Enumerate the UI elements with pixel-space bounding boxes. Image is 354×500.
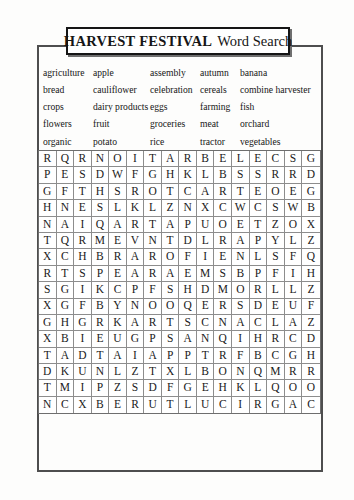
grid-cell: U — [197, 217, 215, 233]
grid-cell: K — [109, 315, 127, 331]
grid-cell: P — [144, 331, 162, 347]
grid-cell: T — [57, 266, 75, 282]
grid-cell: D — [302, 167, 320, 183]
grid-cell: E — [109, 266, 127, 282]
grid-cell: B — [302, 200, 320, 216]
grid-cell: U — [285, 299, 303, 315]
grid-cell: T — [162, 397, 180, 413]
grid-cell: L — [232, 151, 250, 167]
grid-cell: O — [162, 249, 180, 265]
grid-cell: A — [57, 217, 75, 233]
grid-cell: I — [74, 380, 92, 396]
word-list-item: combine harvester — [240, 85, 315, 95]
grid-cell: C — [267, 151, 285, 167]
grid-cell: E — [250, 184, 268, 200]
grid-cell: C — [250, 315, 268, 331]
grid-cell: C — [250, 200, 268, 216]
grid-cell: E — [92, 331, 110, 347]
grid-cell: P — [250, 266, 268, 282]
grid-cell: O — [214, 364, 232, 380]
grid-cell: R — [74, 151, 92, 167]
grid-cell: C — [285, 331, 303, 347]
grid-cell: X — [39, 299, 57, 315]
grid-cell: B — [92, 299, 110, 315]
grid-cell: T — [162, 233, 180, 249]
grid-cell: T — [232, 184, 250, 200]
grid-cell: X — [39, 249, 57, 265]
grid-cell: G — [267, 397, 285, 413]
grid-cell: R — [214, 184, 232, 200]
grid-cell: D — [302, 331, 320, 347]
grid-cell: M — [214, 282, 232, 298]
grid-cell: C — [267, 348, 285, 364]
grid-cell: T — [144, 217, 162, 233]
grid-cell: R — [267, 167, 285, 183]
grid-cell: P — [92, 266, 110, 282]
grid-cell: G — [39, 184, 57, 200]
word-search-grid: RQRNOITARBELECSGPESDWFGHKLBSSRRDGFTHSROT… — [38, 150, 321, 414]
page-title-bold: HARVEST FESTIVAL — [64, 33, 212, 50]
word-list-item: celebration — [150, 85, 200, 95]
grid-cell: L — [250, 249, 268, 265]
grid-cell: U — [109, 331, 127, 347]
word-list-item: rice — [150, 137, 200, 147]
word-list-item: cauliflower — [93, 85, 150, 95]
word-list-item: vegetables — [240, 137, 315, 147]
grid-cell: B — [232, 266, 250, 282]
grid-cell: C — [109, 282, 127, 298]
grid-cell: B — [92, 249, 110, 265]
grid-cell: R — [214, 299, 232, 315]
grid-cell: A — [162, 151, 180, 167]
grid-cell: X — [39, 331, 57, 347]
grid-cell: Z — [109, 380, 127, 396]
grid-cell: F — [232, 348, 250, 364]
grid-cell: N — [39, 217, 57, 233]
grid-cell: W — [232, 200, 250, 216]
grid-cell: D — [74, 348, 92, 364]
grid-cell: S — [232, 167, 250, 183]
grid-cell: A — [144, 348, 162, 364]
grid-cell: L — [109, 200, 127, 216]
grid-cell: H — [302, 348, 320, 364]
grid-cell: N — [232, 249, 250, 265]
grid-cell: H — [179, 282, 197, 298]
grid-cell: F — [74, 299, 92, 315]
grid-cell: I — [197, 249, 215, 265]
grid-cell: Q — [92, 217, 110, 233]
grid-cell: C — [214, 397, 232, 413]
grid-cell: A — [285, 397, 303, 413]
grid-cell: E — [74, 200, 92, 216]
grid-cell: Q — [267, 380, 285, 396]
grid-cell: S — [74, 266, 92, 282]
grid-cell: S — [92, 200, 110, 216]
word-list-item: cereals — [200, 85, 240, 95]
grid-cell: R — [144, 266, 162, 282]
grid-cell: G — [57, 282, 75, 298]
grid-cell: S — [179, 315, 197, 331]
word-list-item: crops — [43, 102, 93, 112]
grid-cell: N — [92, 364, 110, 380]
grid-cell: F — [127, 167, 145, 183]
grid-cell: Q — [302, 249, 320, 265]
grid-cell: T — [144, 364, 162, 380]
grid-cell: M — [267, 364, 285, 380]
grid-cell: Q — [179, 299, 197, 315]
grid-cell: F — [285, 249, 303, 265]
grid-cell: H — [250, 331, 268, 347]
grid-cell: S — [267, 200, 285, 216]
grid-cell: S — [162, 331, 180, 347]
grid-cell: R — [250, 282, 268, 298]
grid-cell: I — [232, 331, 250, 347]
title-box: HARVEST FESTIVAL Word Search — [66, 27, 290, 55]
grid-cell: A — [232, 233, 250, 249]
grid-cell: Z — [267, 217, 285, 233]
grid-cell: R — [267, 331, 285, 347]
grid-cell: T — [39, 380, 57, 396]
word-list-item: orchard — [240, 119, 315, 129]
grid-cell: T — [250, 217, 268, 233]
grid-cell: B — [57, 331, 75, 347]
word-list-item: potato — [93, 137, 150, 147]
word-list-item: flowers — [43, 119, 93, 129]
word-list-item: groceries — [150, 119, 200, 129]
grid-cell: G — [127, 331, 145, 347]
grid-cell: E — [109, 397, 127, 413]
grid-cell: A — [127, 315, 145, 331]
grid-cell: K — [127, 200, 145, 216]
grid-cell: T — [74, 184, 92, 200]
grid-cell: R — [250, 397, 268, 413]
grid-cell: C — [302, 397, 320, 413]
word-list-item: autumn — [200, 68, 240, 78]
grid-cell: E — [109, 233, 127, 249]
grid-cell: G — [285, 348, 303, 364]
grid-cell: E — [267, 299, 285, 315]
grid-cell: G — [74, 315, 92, 331]
grid-cell: A — [127, 266, 145, 282]
grid-cell: X — [162, 364, 180, 380]
grid-cell: M — [57, 380, 75, 396]
grid-cell: S — [250, 167, 268, 183]
grid-cell: N — [39, 397, 57, 413]
grid-cell: G — [179, 380, 197, 396]
grid-cell: O — [285, 380, 303, 396]
grid-cell: A — [57, 348, 75, 364]
grid-cell: R — [39, 266, 57, 282]
grid-cell: L — [179, 397, 197, 413]
word-list-item: apple — [93, 68, 150, 78]
grid-cell: U — [144, 397, 162, 413]
grid-cell: T — [39, 233, 57, 249]
grid-cell: O — [109, 151, 127, 167]
grid-cell: P — [92, 380, 110, 396]
grid-cell: N — [127, 299, 145, 315]
word-list-item: meat — [200, 119, 240, 129]
grid-cell: H — [57, 315, 75, 331]
grid-cell: K — [232, 380, 250, 396]
grid-cell: A — [109, 217, 127, 233]
grid-cell: R — [144, 249, 162, 265]
grid-cell: C — [57, 397, 75, 413]
grid-cell: R — [302, 364, 320, 380]
grid-cell: A — [197, 184, 215, 200]
grid-cell: H — [74, 249, 92, 265]
grid-cell: L — [179, 364, 197, 380]
word-list: agricultureappleassemblyautumnbananabrea… — [43, 64, 315, 150]
word-list-item: fruit — [93, 119, 150, 129]
grid-cell: N — [214, 315, 232, 331]
grid-cell: G — [144, 167, 162, 183]
grid-cell: F — [57, 184, 75, 200]
grid-cell: R — [285, 364, 303, 380]
grid-cell: N — [197, 331, 215, 347]
word-list-item: bread — [43, 85, 93, 95]
grid-cell: O — [267, 184, 285, 200]
grid-cell: F — [267, 266, 285, 282]
grid-cell: Z — [302, 282, 320, 298]
grid-cell: L — [197, 167, 215, 183]
grid-cell: S — [214, 266, 232, 282]
grid-cell: R — [39, 151, 57, 167]
grid-cell: E — [57, 167, 75, 183]
grid-cell: F — [144, 282, 162, 298]
grid-cell: S — [109, 184, 127, 200]
grid-cell: F — [162, 380, 180, 396]
grid-cell: S — [74, 167, 92, 183]
grid-cell: G — [39, 315, 57, 331]
grid-cell: R — [127, 217, 145, 233]
grid-cell: G — [57, 299, 75, 315]
grid-cell: Z — [302, 315, 320, 331]
grid-cell: W — [285, 200, 303, 216]
grid-cell: T — [92, 348, 110, 364]
grid-cell: P — [179, 348, 197, 364]
grid-cell: E — [197, 299, 215, 315]
word-list-item: agriculture — [43, 68, 93, 78]
grid-cell: A — [162, 266, 180, 282]
word-list-item: tractor — [200, 137, 240, 147]
grid-cell: Z — [127, 364, 145, 380]
grid-cell: F — [302, 299, 320, 315]
grid-cell: D — [179, 233, 197, 249]
grid-cell: G — [302, 151, 320, 167]
grid-cell: O — [302, 380, 320, 396]
grid-cell: Q — [214, 331, 232, 347]
grid-cell: N — [92, 151, 110, 167]
grid-cell: L — [267, 282, 285, 298]
grid-cell: E — [214, 249, 232, 265]
grid-cell: H — [214, 380, 232, 396]
grid-cell: B — [214, 167, 232, 183]
grid-cell: U — [74, 364, 92, 380]
grid-cell: T — [144, 151, 162, 167]
grid-cell: D — [197, 282, 215, 298]
grid-cell: B — [92, 397, 110, 413]
grid-cell: O — [232, 282, 250, 298]
grid-cell: L — [109, 364, 127, 380]
grid-cell: L — [197, 233, 215, 249]
grid-cell: R — [74, 233, 92, 249]
grid-cell: X — [197, 200, 215, 216]
grid-cell: T — [39, 348, 57, 364]
grid-cell: S — [267, 249, 285, 265]
grid-cell: I — [285, 266, 303, 282]
grid-cell: W — [109, 167, 127, 183]
grid-cell: L — [250, 380, 268, 396]
grid-cell: I — [74, 331, 92, 347]
grid-cell: O — [162, 299, 180, 315]
grid-cell: D — [144, 380, 162, 396]
grid-cell: I — [74, 217, 92, 233]
grid-cell: G — [302, 184, 320, 200]
word-list-item: eggs — [150, 102, 200, 112]
grid-cell: H — [162, 167, 180, 183]
word-list-item: fish — [240, 102, 315, 112]
grid-cell: N — [179, 200, 197, 216]
grid-cell: I — [74, 282, 92, 298]
grid-cell: P — [39, 167, 57, 183]
grid-cell: V — [127, 233, 145, 249]
grid-cell: R — [109, 249, 127, 265]
grid-cell: N — [144, 233, 162, 249]
grid-cell: A — [179, 331, 197, 347]
grid-cell: K — [179, 167, 197, 183]
grid-cell: E — [214, 151, 232, 167]
grid-cell: R — [285, 167, 303, 183]
grid-cell: S — [39, 282, 57, 298]
grid-cell: H — [92, 184, 110, 200]
grid-cell: S — [162, 282, 180, 298]
grid-cell: K — [57, 364, 75, 380]
worksheet-page: HARVEST FESTIVAL Word Search agriculture… — [0, 0, 354, 500]
grid-cell: E — [250, 151, 268, 167]
grid-cell: P — [162, 348, 180, 364]
grid-cell: H — [39, 200, 57, 216]
grid-cell: S — [127, 380, 145, 396]
grid-cell: R — [179, 151, 197, 167]
grid-cell: S — [285, 151, 303, 167]
grid-cell: R — [214, 348, 232, 364]
grid-cell: P — [127, 282, 145, 298]
grid-cell: E — [285, 184, 303, 200]
grid-cell: I — [127, 348, 145, 364]
grid-cell: D — [39, 364, 57, 380]
grid-cell: T — [162, 315, 180, 331]
grid-cell: O — [285, 217, 303, 233]
grid-cell: C — [57, 249, 75, 265]
page-title-regular: Word Search — [217, 33, 292, 50]
grid-cell: I — [232, 397, 250, 413]
grid-cell: F — [179, 249, 197, 265]
grid-cell: A — [162, 217, 180, 233]
grid-cell: Q — [57, 233, 75, 249]
grid-cell: S — [232, 299, 250, 315]
grid-cell: A — [232, 315, 250, 331]
word-list-item: dairy products — [93, 102, 150, 112]
grid-cell: O — [144, 299, 162, 315]
word-list-item: organic — [43, 137, 93, 147]
grid-cell: Z — [162, 200, 180, 216]
grid-cell: Q — [57, 151, 75, 167]
grid-cell: E — [232, 217, 250, 233]
grid-cell: P — [250, 233, 268, 249]
grid-cell: U — [197, 397, 215, 413]
word-list-item: banana — [240, 68, 315, 78]
grid-cell: R — [127, 397, 145, 413]
grid-cell: L — [267, 315, 285, 331]
grid-cell: L — [285, 233, 303, 249]
grid-cell: Y — [267, 233, 285, 249]
grid-cell: K — [92, 282, 110, 298]
grid-cell: A — [127, 249, 145, 265]
grid-cell: Z — [302, 233, 320, 249]
grid-cell: C — [179, 184, 197, 200]
grid-cell: X — [302, 217, 320, 233]
grid-cell: Q — [250, 364, 268, 380]
grid-cell: R — [127, 184, 145, 200]
grid-cell: I — [127, 151, 145, 167]
grid-cell: M — [197, 266, 215, 282]
word-list-item: farming — [200, 102, 240, 112]
grid-cell: H — [302, 266, 320, 282]
grid-cell: T — [197, 348, 215, 364]
grid-cell: P — [179, 217, 197, 233]
grid-cell: R — [144, 315, 162, 331]
grid-cell: L — [285, 282, 303, 298]
grid-cell: E — [179, 266, 197, 282]
grid-cell: R — [92, 315, 110, 331]
grid-cell: N — [57, 200, 75, 216]
grid-cell: D — [92, 167, 110, 183]
grid-cell: B — [250, 348, 268, 364]
grid-cell: X — [74, 397, 92, 413]
grid-cell: B — [197, 151, 215, 167]
grid-cell: N — [232, 364, 250, 380]
grid-cell: O — [214, 217, 232, 233]
grid-cell: B — [197, 364, 215, 380]
grid-cell: E — [197, 380, 215, 396]
grid-cell: L — [144, 200, 162, 216]
grid-cell: C — [214, 200, 232, 216]
grid-cell: A — [109, 348, 127, 364]
grid-cell: Y — [109, 299, 127, 315]
grid-cell: T — [162, 184, 180, 200]
grid-cell: D — [250, 299, 268, 315]
word-list-item: assembly — [150, 68, 200, 78]
grid-cell: M — [92, 233, 110, 249]
grid-cell: C — [197, 315, 215, 331]
grid-cell: A — [285, 315, 303, 331]
grid-cell: O — [144, 184, 162, 200]
grid-cell: R — [214, 233, 232, 249]
